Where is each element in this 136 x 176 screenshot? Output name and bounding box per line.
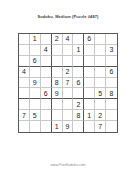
sudoku-cell-r3c1[interactable] (19, 56, 30, 67)
sudoku-cell-r8c4[interactable] (52, 110, 63, 121)
sudoku-cell-r9c4: 1 (52, 121, 63, 132)
sudoku-cell-r6c4: 9 (52, 88, 63, 99)
sudoku-cell-r1c9[interactable] (106, 34, 117, 45)
sudoku-cell-r4c8[interactable] (95, 67, 106, 78)
sudoku-cell-r3c5[interactable] (63, 56, 74, 67)
sudoku-cell-r4c9: 6 (106, 67, 117, 78)
sudoku-cell-r5c5: 7 (63, 78, 74, 89)
sudoku-cell-r6c1[interactable] (19, 88, 30, 99)
sudoku-cell-r8c3[interactable] (41, 110, 52, 121)
sudoku-cell-r9c5: 9 (63, 121, 74, 132)
sudoku-cell-r2c5[interactable] (63, 45, 74, 56)
sudoku-cell-r1c6[interactable] (73, 34, 84, 45)
sudoku-cell-r5c9[interactable] (106, 78, 117, 89)
sudoku-cell-r5c7[interactable] (84, 78, 95, 89)
sudoku-cell-r3c9[interactable] (106, 56, 117, 67)
sudoku-cell-r2c3: 4 (41, 45, 52, 56)
sudoku-cell-r4c4[interactable] (52, 67, 63, 78)
sudoku-cell-r4c3[interactable] (41, 67, 52, 78)
sudoku-cell-r1c2: 1 (30, 34, 41, 45)
sudoku-cell-r1c8[interactable] (95, 34, 106, 45)
sudoku-cell-r6c9: 8 (106, 88, 117, 99)
sudoku-board: 1246413642698766958275812197 (18, 33, 118, 133)
sudoku-cell-r5c2: 9 (30, 78, 41, 89)
sudoku-cell-r7c7[interactable] (84, 99, 95, 110)
sudoku-cell-r3c3[interactable] (41, 56, 52, 67)
sudoku-cell-r1c1[interactable] (19, 34, 30, 45)
sudoku-cell-r9c1[interactable] (19, 121, 30, 132)
footer-url: www.PrintSudoku.com (0, 163, 136, 168)
sudoku-cell-r9c3[interactable] (41, 121, 52, 132)
sudoku-cell-r9c6[interactable] (73, 121, 84, 132)
sudoku-cell-r3c7[interactable] (84, 56, 95, 67)
sudoku-cell-r5c1[interactable] (19, 78, 30, 89)
sudoku-cell-r3c8[interactable] (95, 56, 106, 67)
sudoku-cell-r7c2[interactable] (30, 99, 41, 110)
sudoku-cell-r8c6: 8 (73, 110, 84, 121)
sudoku-cell-r7c1[interactable] (19, 99, 30, 110)
sudoku-cell-r4c6[interactable] (73, 67, 84, 78)
sudoku-cell-r8c8: 2 (95, 110, 106, 121)
sudoku-cell-r9c9[interactable] (106, 121, 117, 132)
sudoku-cell-r6c6[interactable] (73, 88, 84, 99)
sudoku-cell-r2c1[interactable] (19, 45, 30, 56)
sudoku-cell-r6c5[interactable] (63, 88, 74, 99)
sudoku-cell-r2c7[interactable] (84, 45, 95, 56)
sudoku-cell-r7c8[interactable] (95, 99, 106, 110)
sudoku-cell-r6c8: 5 (95, 88, 106, 99)
sudoku-cell-r5c8[interactable] (95, 78, 106, 89)
sudoku-cell-r8c5[interactable] (63, 110, 74, 121)
sudoku-cell-r1c5: 4 (63, 34, 74, 45)
sudoku-cell-r9c7[interactable] (84, 121, 95, 132)
sudoku-cell-r7c6: 2 (73, 99, 84, 110)
sudoku-cell-r4c2[interactable] (30, 67, 41, 78)
sudoku-cell-r5c3[interactable] (41, 78, 52, 89)
sudoku-cell-r2c4[interactable] (52, 45, 63, 56)
sudoku-cell-r4c5: 2 (63, 67, 74, 78)
sudoku-cell-r8c9[interactable] (106, 110, 117, 121)
sudoku-cell-r1c4: 2 (52, 34, 63, 45)
sudoku-cell-r4c1: 4 (19, 67, 30, 78)
sudoku-cell-r8c2: 5 (30, 110, 41, 121)
sudoku-cell-r8c1: 7 (19, 110, 30, 121)
sudoku-printable-page: Sudoku, Medium (Puzzle #487) 12464136426… (0, 0, 136, 176)
sudoku-cell-r6c3: 6 (41, 88, 52, 99)
sudoku-cell-r1c7: 6 (84, 34, 95, 45)
sudoku-cell-r9c8: 7 (95, 121, 106, 132)
sudoku-cell-r9c2[interactable] (30, 121, 41, 132)
sudoku-cell-r3c4[interactable] (52, 56, 63, 67)
sudoku-cell-r4c7[interactable] (84, 67, 95, 78)
sudoku-cell-r5c6: 6 (73, 78, 84, 89)
sudoku-cell-r7c3[interactable] (41, 99, 52, 110)
sudoku-cell-r6c2[interactable] (30, 88, 41, 99)
sudoku-cell-r5c4: 8 (52, 78, 63, 89)
sudoku-cell-r3c6[interactable] (73, 56, 84, 67)
sudoku-cell-r2c6: 1 (73, 45, 84, 56)
sudoku-cell-r1c3[interactable] (41, 34, 52, 45)
sudoku-cell-r2c8[interactable] (95, 45, 106, 56)
sudoku-cell-r7c5[interactable] (63, 99, 74, 110)
page-title: Sudoku, Medium (Puzzle #487) (0, 14, 136, 20)
sudoku-cell-r7c4[interactable] (52, 99, 63, 110)
sudoku-cell-r2c2[interactable] (30, 45, 41, 56)
sudoku-cell-r6c7[interactable] (84, 88, 95, 99)
sudoku-cell-r7c9[interactable] (106, 99, 117, 110)
sudoku-cell-r8c7: 1 (84, 110, 95, 121)
sudoku-cell-r2c9: 3 (106, 45, 117, 56)
sudoku-cell-r3c2: 6 (30, 56, 41, 67)
